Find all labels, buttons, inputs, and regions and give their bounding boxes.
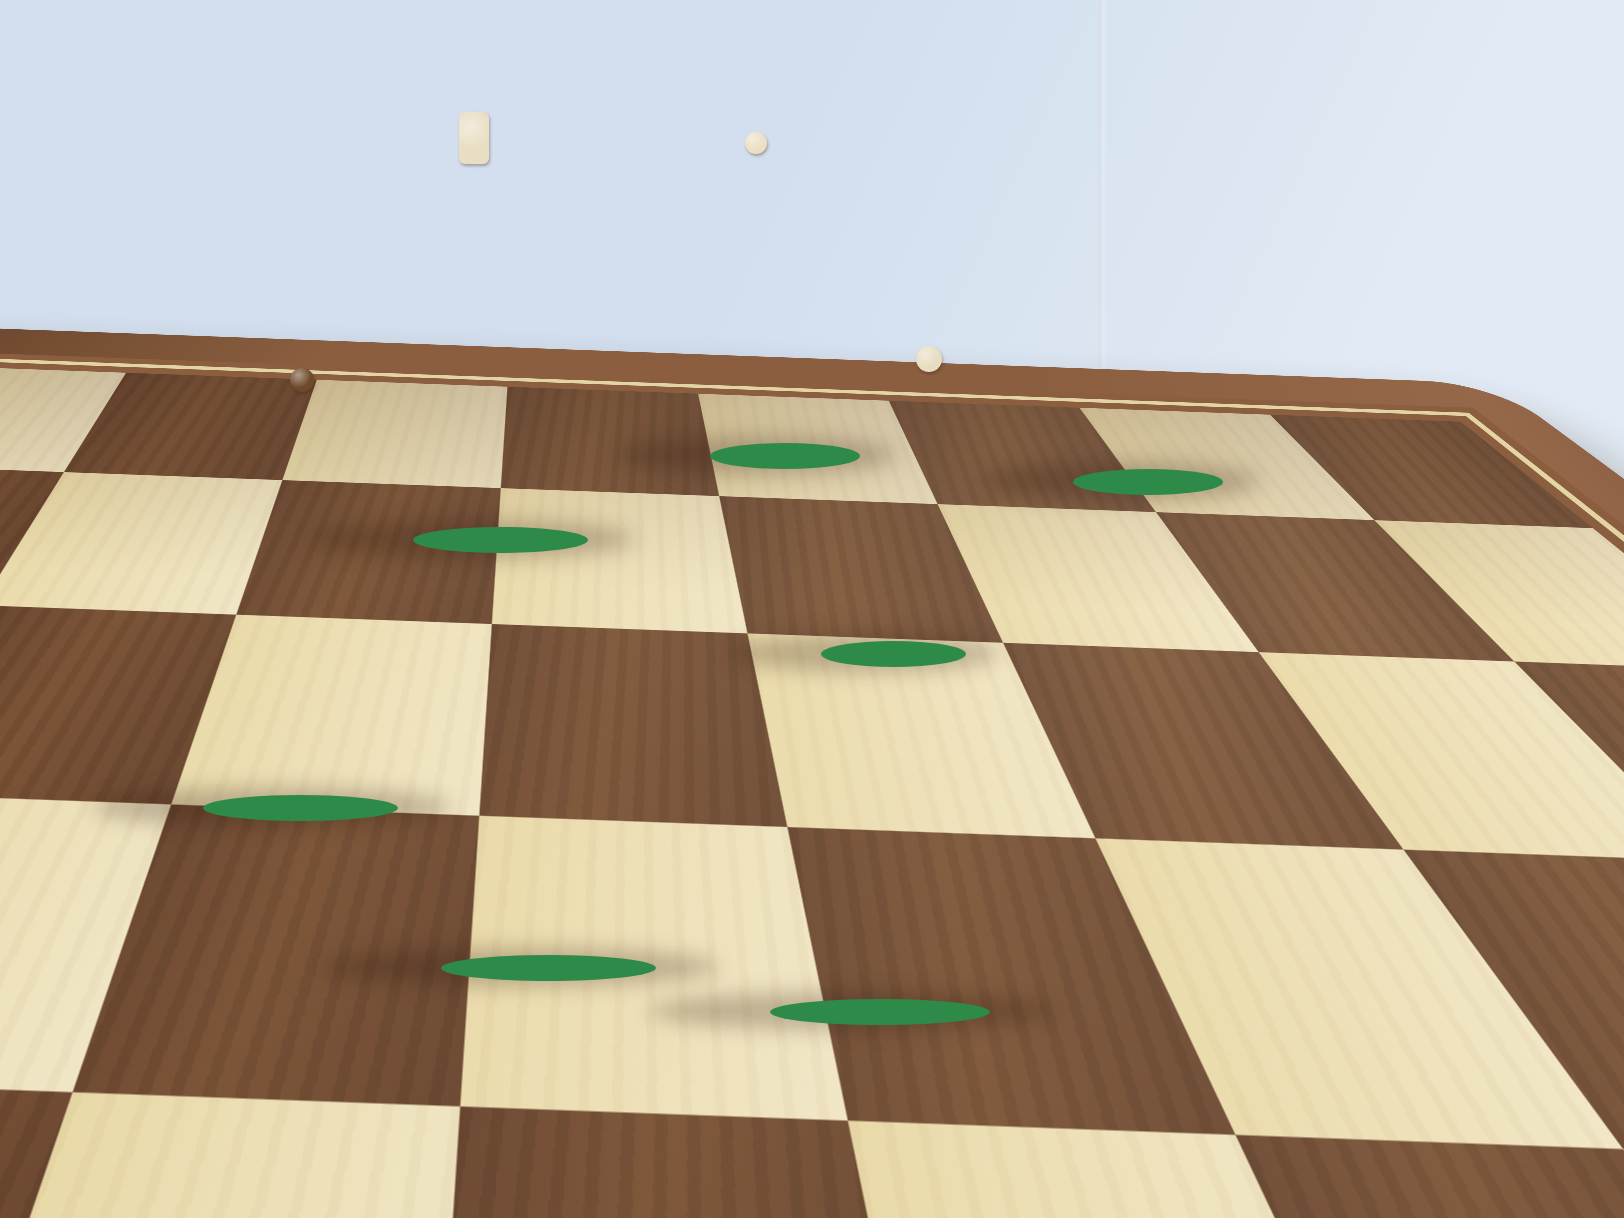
queen-finial-ball — [745, 132, 767, 154]
square-c4[interactable] — [0, 1092, 460, 1218]
photo-scene: ♛♞♚♝♛♜♞ — [0, 0, 1624, 1218]
king-finial-carved-knob — [459, 112, 489, 164]
wall-seam — [1100, 0, 1106, 380]
square-f4[interactable] — [1235, 1135, 1624, 1218]
